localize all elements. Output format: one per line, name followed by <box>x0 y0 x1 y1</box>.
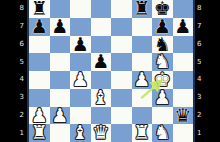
square-a6[interactable] <box>29 36 50 54</box>
square-f3[interactable] <box>132 89 153 107</box>
square-f1[interactable]: ♜ <box>132 124 153 142</box>
square-c7[interactable] <box>70 18 91 36</box>
black-rook: ♜ <box>31 0 48 18</box>
rank-label-left-7: 7 <box>0 18 25 36</box>
black-queen: ♛ <box>174 107 191 125</box>
square-b7[interactable]: ♟ <box>50 18 71 36</box>
square-a7[interactable]: ♟ <box>29 18 50 36</box>
rank-label-left-8: 8 <box>0 0 25 18</box>
black-pawn: ♟ <box>154 18 171 36</box>
white-bishop: ♝ <box>72 124 89 142</box>
square-e7[interactable] <box>111 18 132 36</box>
square-a2[interactable]: ♟ <box>29 107 50 125</box>
rank-label-left-4: 4 <box>0 71 25 89</box>
black-pawn: ♟ <box>31 18 48 36</box>
white-bishop: ♝ <box>92 89 109 107</box>
black-knight: ♞ <box>154 36 171 54</box>
square-b8[interactable] <box>50 0 71 18</box>
square-e1[interactable] <box>111 124 132 142</box>
square-g4[interactable]: ♚ <box>152 71 173 89</box>
rank-label-left-1: 1 <box>0 124 25 142</box>
square-g2[interactable] <box>152 107 173 125</box>
rank-label-right-5: 5 <box>196 53 208 71</box>
square-d3[interactable]: ♝ <box>91 89 112 107</box>
square-a4[interactable] <box>29 71 50 89</box>
white-knight: ♞ <box>154 53 171 71</box>
square-d6[interactable] <box>91 36 112 54</box>
rank-label-left-6: 6 <box>0 36 25 54</box>
square-g6[interactable]: ♞ <box>152 36 173 54</box>
square-e4[interactable] <box>111 71 132 89</box>
white-king: ♚ <box>154 71 171 89</box>
square-c5[interactable] <box>70 53 91 71</box>
square-f2[interactable] <box>132 107 153 125</box>
chess-board: ♜♜♚♟♟♟♟♟♞♟♞♟♟♚♝♟♟♟♛♜♝♛♜♞ <box>27 0 195 142</box>
white-rook: ♜ <box>133 124 150 142</box>
square-c6[interactable]: ♟ <box>70 36 91 54</box>
square-g1[interactable]: ♞ <box>152 124 173 142</box>
square-c8[interactable] <box>70 0 91 18</box>
square-g3[interactable]: ♟ <box>152 89 173 107</box>
rank-label-right-7: 7 <box>196 18 208 36</box>
rank-label-right-1: 1 <box>196 124 208 142</box>
square-b5[interactable] <box>50 53 71 71</box>
square-f4[interactable]: ♟ <box>132 71 153 89</box>
square-a3[interactable] <box>29 89 50 107</box>
square-d7[interactable] <box>91 18 112 36</box>
square-b4[interactable] <box>50 71 71 89</box>
square-c1[interactable]: ♝ <box>70 124 91 142</box>
black-pawn: ♟ <box>92 53 109 71</box>
square-d4[interactable] <box>91 71 112 89</box>
square-a1[interactable]: ♜ <box>29 124 50 142</box>
square-f6[interactable] <box>132 36 153 54</box>
square-f7[interactable] <box>132 18 153 36</box>
rank-label-right-6: 6 <box>196 36 208 54</box>
rank-label-right-3: 3 <box>196 89 208 107</box>
square-d1[interactable]: ♛ <box>91 124 112 142</box>
square-h6[interactable] <box>173 36 194 54</box>
black-pawn: ♟ <box>51 18 68 36</box>
square-e8[interactable] <box>111 0 132 18</box>
rank-label-right-4: 4 <box>196 71 208 89</box>
square-h3[interactable] <box>173 89 194 107</box>
square-h2[interactable]: ♛ <box>173 107 194 125</box>
square-h5[interactable] <box>173 53 194 71</box>
rank-label-left-2: 2 <box>0 107 25 125</box>
white-pawn: ♟ <box>51 107 68 125</box>
square-b6[interactable] <box>50 36 71 54</box>
white-pawn: ♟ <box>31 107 48 125</box>
square-d2[interactable] <box>91 107 112 125</box>
square-d5[interactable]: ♟ <box>91 53 112 71</box>
white-queen: ♛ <box>92 124 109 142</box>
square-e6[interactable] <box>111 36 132 54</box>
square-e2[interactable] <box>111 107 132 125</box>
chess-diagram: 8 7 6 5 4 3 2 1 ♜♜♚♟♟♟♟♟♞♟♞♟♟♚♝♟♟♟♛♜♝♛♜♞… <box>0 0 220 142</box>
square-e5[interactable] <box>111 53 132 71</box>
square-e3[interactable] <box>111 89 132 107</box>
square-a5[interactable] <box>29 53 50 71</box>
rank-label-right-2: 2 <box>196 107 208 125</box>
white-knight: ♞ <box>154 124 171 142</box>
square-h8[interactable] <box>173 0 194 18</box>
square-g8[interactable]: ♚ <box>152 0 173 18</box>
rank-labels-left: 8 7 6 5 4 3 2 1 <box>0 0 25 142</box>
rank-label-right-8: 8 <box>196 0 208 18</box>
black-rook: ♜ <box>133 0 150 18</box>
square-b1[interactable] <box>50 124 71 142</box>
rank-labels-right: 8 7 6 5 4 3 2 1 <box>196 0 208 142</box>
square-g7[interactable]: ♟ <box>152 18 173 36</box>
square-b3[interactable] <box>50 89 71 107</box>
square-h4[interactable] <box>173 71 194 89</box>
square-h7[interactable]: ♟ <box>173 18 194 36</box>
white-pawn: ♟ <box>154 89 171 107</box>
black-pawn: ♟ <box>72 36 89 54</box>
square-f8[interactable]: ♜ <box>132 0 153 18</box>
square-h1[interactable] <box>173 124 194 142</box>
square-a8[interactable]: ♜ <box>29 0 50 18</box>
square-g5[interactable]: ♞ <box>152 53 173 71</box>
square-b2[interactable]: ♟ <box>50 107 71 125</box>
square-c4[interactable]: ♟ <box>70 71 91 89</box>
rank-label-left-5: 5 <box>0 53 25 71</box>
black-king: ♚ <box>154 0 171 18</box>
square-f5[interactable] <box>132 53 153 71</box>
white-pawn: ♟ <box>72 71 89 89</box>
white-rook: ♜ <box>31 124 48 142</box>
white-pawn: ♟ <box>133 71 150 89</box>
black-pawn: ♟ <box>174 18 191 36</box>
rank-label-left-3: 3 <box>0 89 25 107</box>
square-c2[interactable] <box>70 107 91 125</box>
square-d8[interactable] <box>91 0 112 18</box>
square-c3[interactable] <box>70 89 91 107</box>
